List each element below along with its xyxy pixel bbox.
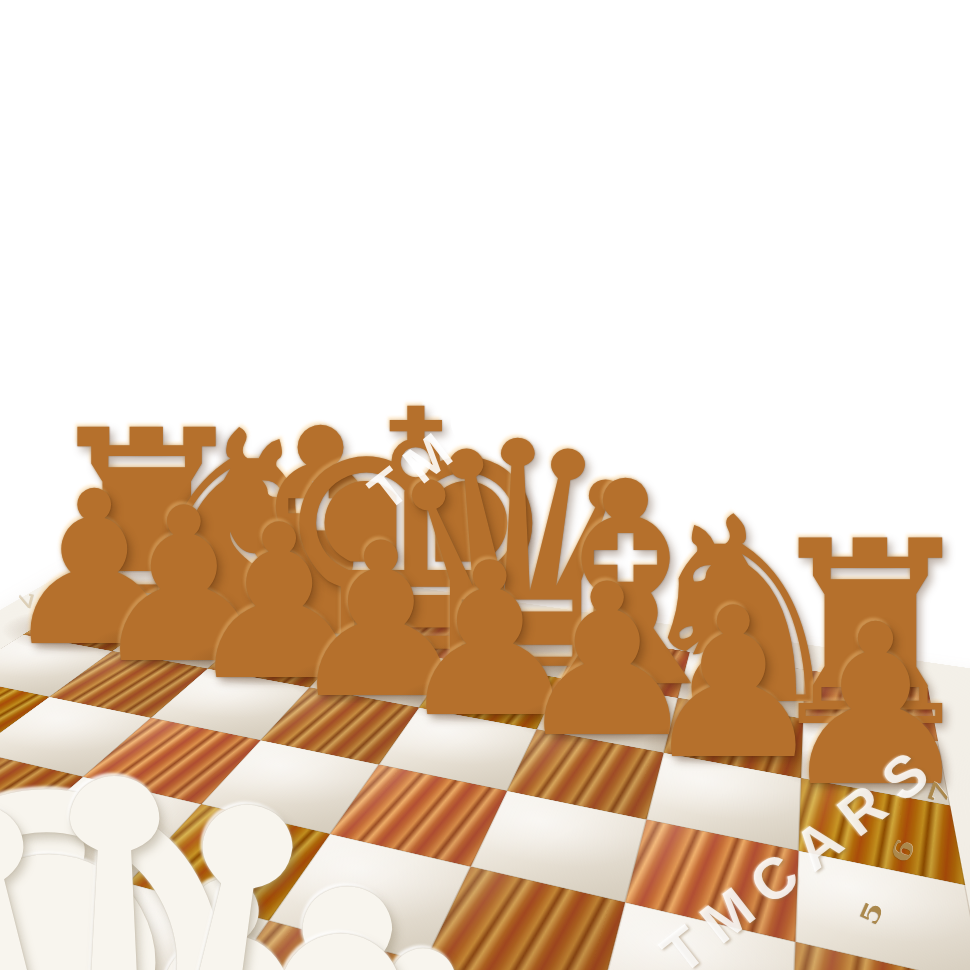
pieces-layer: ♜♞♝♚♛♝♞♜♟♟♟♟♟♟♟♟♟♟♟♟♟♟♟♟♜♞♝♚♛♝♞♜ (0, 0, 970, 970)
piece-white-bishop: ♝ (4, 846, 678, 970)
photo-scene: ♜♞♝♚♛♝♞♜♟♟♟♟♟♟♟♟♟♟♟♟♟♟♟♟♜♞♝♚♛♝♞♜ 7 6 5 7… (0, 0, 970, 970)
